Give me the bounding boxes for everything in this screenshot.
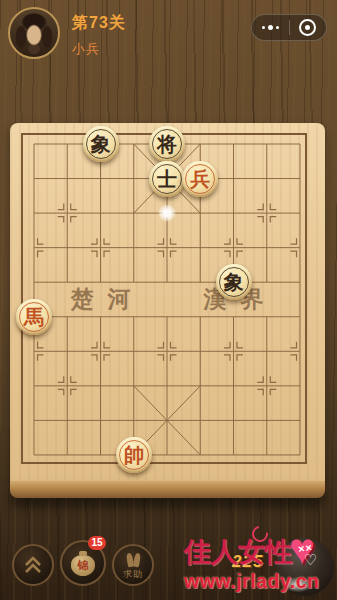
river-label-left: 楚河 [53, 284, 149, 315]
chevron-up-icon [22, 556, 44, 574]
piece-glyph: 馬 [24, 307, 44, 327]
expand-menu-button[interactable] [12, 544, 54, 586]
site-watermark: 佳人女性 ♥××♡ www.jrlady.cn [184, 537, 337, 593]
level-subtitle: 小兵 [72, 40, 126, 58]
piece-glyph: 士 [157, 169, 177, 189]
piece-black-将[interactable]: 将 [149, 126, 185, 162]
piece-red-帥[interactable]: 帥 [116, 437, 152, 473]
piece-black-士[interactable]: 士 [149, 161, 185, 197]
level-title: 第73关 [72, 13, 126, 34]
piece-black-象[interactable]: 象 [216, 264, 252, 300]
miniprogram-capsule [251, 14, 327, 41]
piece-red-兵[interactable]: 兵 [182, 161, 218, 197]
heart-icon: ♥××♡ [289, 527, 315, 571]
hint-sparkle [158, 204, 176, 222]
xiangqi-board[interactable]: 楚河 漢界 象将士兵象馬帥 [10, 123, 325, 481]
piece-glyph: 将 [157, 134, 177, 154]
app-screen: 第73关 小兵 楚河 漢界 象将士兵象馬帥 锦 15 求助 225 佳人女性 [0, 0, 337, 600]
hint-count-badge: 15 [88, 536, 106, 550]
bag-label: 锦 [78, 558, 89, 573]
piece-black-象[interactable]: 象 [83, 126, 119, 162]
board-front-edge [10, 481, 325, 498]
piece-glyph: 象 [91, 134, 111, 154]
close-home-icon[interactable] [290, 15, 327, 40]
praying-hands-icon [127, 553, 140, 567]
ask-help-button[interactable]: 求助 [112, 544, 154, 586]
piece-red-馬[interactable]: 馬 [16, 299, 52, 335]
watermark-title: 佳人女性 [184, 537, 292, 567]
player-avatar[interactable] [8, 7, 60, 59]
piece-glyph: 兵 [190, 169, 210, 189]
level-info: 第73关 小兵 [72, 13, 126, 58]
money-bag-icon: 锦 [71, 555, 95, 576]
help-label: 求助 [123, 568, 143, 581]
more-menu-icon[interactable] [252, 15, 289, 40]
watermark-url: www.jrlady.cn [184, 570, 337, 593]
piece-glyph: 帥 [124, 445, 144, 465]
piece-glyph: 象 [224, 272, 244, 292]
